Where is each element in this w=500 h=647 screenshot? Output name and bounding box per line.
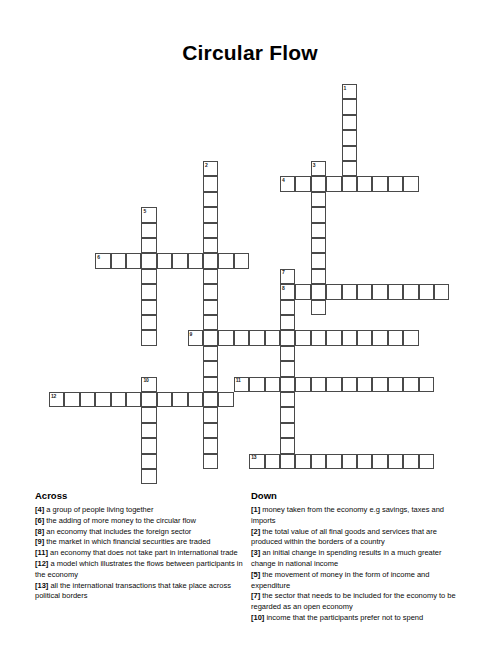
grid-cell[interactable] [265, 330, 280, 345]
grid-cell[interactable]: 6 [95, 253, 110, 268]
grid-cell[interactable] [295, 284, 310, 299]
grid-cell[interactable] [295, 377, 310, 392]
cell-number: 2 [205, 163, 208, 168]
grid-cell[interactable] [403, 284, 418, 299]
grid-cell[interactable] [203, 361, 218, 376]
grid-cell[interactable] [357, 377, 372, 392]
clue-item: [6] the adding of more money to the circ… [35, 516, 251, 527]
grid-cell[interactable] [342, 176, 357, 191]
clue-item: [13] all the international transactions … [35, 581, 251, 603]
clue-item: [4] a group of people living together [35, 505, 251, 516]
grid-cell[interactable] [311, 300, 326, 315]
grid-cell[interactable] [372, 330, 387, 345]
grid-cell[interactable] [342, 115, 357, 130]
grid-cell[interactable] [218, 330, 233, 345]
grid-cell[interactable] [311, 454, 326, 469]
cell-number: 9 [190, 332, 193, 337]
cell-number: 5 [143, 209, 146, 214]
clue-item: [7] the sector that needs to be included… [251, 591, 467, 613]
grid-cell[interactable] [141, 392, 156, 407]
clue-item: [8] an economy that includes the foreign… [35, 527, 251, 538]
grid-cell[interactable] [326, 377, 341, 392]
grid-cell[interactable] [342, 284, 357, 299]
cell-number: 1 [344, 86, 347, 91]
grid-cell[interactable] [342, 330, 357, 345]
grid-cell[interactable] [372, 176, 387, 191]
grid-cell[interactable] [141, 438, 156, 453]
grid-cell[interactable] [141, 238, 156, 253]
grid-cell[interactable] [203, 346, 218, 361]
grid-cell[interactable] [203, 392, 218, 407]
grid-cell[interactable] [280, 423, 295, 438]
down-heading: Down [251, 490, 467, 501]
grid-cell[interactable] [188, 392, 203, 407]
grid-cell[interactable] [357, 330, 372, 345]
cell-number: 8 [282, 286, 285, 291]
clue-item: [5] the movement of money in the form of… [251, 570, 467, 592]
grid-cell[interactable] [188, 253, 203, 268]
grid-cell[interactable] [203, 223, 218, 238]
grid-cell[interactable] [326, 284, 341, 299]
grid-cell[interactable] [342, 454, 357, 469]
grid-cell[interactable] [141, 284, 156, 299]
grid-cell[interactable] [249, 377, 264, 392]
grid-cell[interactable]: 7 [280, 269, 295, 284]
clue-item: [1] money taken from the economy e.g sav… [251, 505, 467, 527]
clue-item: [10] income that the participants prefer… [251, 613, 467, 624]
down-clues: Down [1] money taken from the economy e.… [251, 490, 467, 624]
grid-cell[interactable] [95, 392, 110, 407]
down-clue-list: [1] money taken from the economy e.g sav… [251, 505, 467, 624]
grid-cell[interactable] [280, 377, 295, 392]
grid-cell[interactable] [357, 284, 372, 299]
grid-cell[interactable] [388, 377, 403, 392]
cell-number: 10 [143, 378, 148, 383]
grid-cell[interactable] [218, 392, 233, 407]
across-heading: Across [35, 490, 251, 501]
grid-cell[interactable] [295, 330, 310, 345]
grid-cell[interactable] [203, 315, 218, 330]
grid-cell[interactable] [203, 423, 218, 438]
grid-cell[interactable]: 5 [141, 207, 156, 222]
grid-cell[interactable] [326, 176, 341, 191]
cell-number: 7 [282, 270, 285, 275]
grid-cell[interactable]: 3 [311, 161, 326, 176]
grid-cell[interactable] [434, 284, 449, 299]
grid-cell[interactable] [141, 423, 156, 438]
grid-cell[interactable] [311, 176, 326, 191]
grid-cell[interactable] [372, 284, 387, 299]
grid-cell[interactable] [280, 330, 295, 345]
grid-cell[interactable] [295, 176, 310, 191]
grid-cell[interactable] [265, 454, 280, 469]
grid-cell[interactable] [388, 454, 403, 469]
grid-cell[interactable] [141, 330, 156, 345]
cell-number: 12 [51, 394, 56, 399]
grid-cell[interactable] [265, 377, 280, 392]
grid-cell[interactable] [311, 192, 326, 207]
grid-cell[interactable] [203, 238, 218, 253]
grid-cell[interactable] [280, 438, 295, 453]
grid-cell[interactable] [64, 392, 79, 407]
grid-cell[interactable] [280, 407, 295, 422]
grid-cell[interactable]: 2 [203, 161, 218, 176]
grid-cell[interactable] [111, 253, 126, 268]
grid-cell[interactable] [311, 253, 326, 268]
grid-cell[interactable] [126, 392, 141, 407]
clue-item: [11] an economy that does not take part … [35, 548, 251, 559]
grid-cell[interactable] [203, 330, 218, 345]
grid-cell[interactable] [280, 454, 295, 469]
grid-cell[interactable] [157, 392, 172, 407]
grid-cell[interactable] [141, 407, 156, 422]
grid-cell[interactable] [372, 454, 387, 469]
cell-number: 11 [236, 378, 241, 383]
grid-cell[interactable] [141, 315, 156, 330]
grid-cell[interactable] [403, 454, 418, 469]
grid-cell[interactable] [326, 454, 341, 469]
grid-cell[interactable] [203, 284, 218, 299]
across-clue-list: [4] a group of people living together[6]… [35, 505, 251, 602]
grid-cell[interactable]: 11 [234, 377, 249, 392]
grid-cell[interactable]: 12 [49, 392, 64, 407]
grid-cell[interactable] [172, 253, 187, 268]
grid-cell[interactable] [342, 99, 357, 114]
grid-cell[interactable] [326, 330, 341, 345]
page-title: Circular Flow [0, 41, 500, 65]
grid-cell[interactable] [342, 130, 357, 145]
crossword-board: 12345678910111213 [49, 84, 451, 486]
grid-cell[interactable] [311, 330, 326, 345]
grid-cell[interactable]: 4 [280, 176, 295, 191]
grid-cell[interactable] [311, 223, 326, 238]
grid-cell[interactable] [388, 330, 403, 345]
grid-cell[interactable] [295, 454, 310, 469]
cell-number: 4 [282, 178, 285, 183]
grid-cell[interactable] [280, 315, 295, 330]
grid-cell[interactable] [203, 300, 218, 315]
grid-cell[interactable] [388, 284, 403, 299]
grid-cell[interactable] [141, 223, 156, 238]
clue-item: [3] an initial change in spending result… [251, 548, 467, 570]
grid-cell[interactable] [141, 300, 156, 315]
grid-cell[interactable] [311, 284, 326, 299]
grid-cell[interactable] [203, 407, 218, 422]
cell-number: 13 [251, 455, 256, 460]
grid-cell[interactable] [203, 176, 218, 191]
grid-cell[interactable] [342, 146, 357, 161]
grid-cell[interactable] [249, 330, 264, 345]
grid-cell[interactable] [234, 330, 249, 345]
clue-item: [12] a model which illustrates the flows… [35, 559, 251, 581]
grid-cell[interactable] [141, 454, 156, 469]
cell-number: 6 [97, 255, 100, 260]
clue-item: [2] the total value of all final goods a… [251, 527, 467, 549]
grid-cell[interactable] [311, 207, 326, 222]
grid-cell[interactable] [342, 377, 357, 392]
grid-cell[interactable] [203, 207, 218, 222]
grid-cell[interactable] [280, 346, 295, 361]
grid-cell[interactable] [342, 161, 357, 176]
grid-cell[interactable] [80, 392, 95, 407]
grid-cell[interactable]: 9 [188, 330, 203, 345]
grid-cell[interactable] [203, 192, 218, 207]
grid-cell[interactable] [419, 377, 434, 392]
grid-cell[interactable] [203, 438, 218, 453]
grid-cell[interactable] [203, 269, 218, 284]
grid-cell[interactable] [141, 469, 156, 484]
grid-cell[interactable] [403, 377, 418, 392]
grid-cell[interactable] [280, 392, 295, 407]
grid-cell[interactable] [419, 454, 434, 469]
grid-cell[interactable] [280, 300, 295, 315]
grid-cell[interactable] [403, 330, 418, 345]
across-clues: Across [4] a group of people living toge… [35, 490, 251, 602]
cell-number: 3 [313, 163, 316, 168]
grid-cell[interactable] [311, 269, 326, 284]
grid-cell[interactable] [357, 176, 372, 191]
clue-item: [9] the market in which financial securi… [35, 537, 251, 548]
grid-cell[interactable] [357, 454, 372, 469]
grid-cell[interactable] [172, 392, 187, 407]
grid-cell[interactable] [403, 176, 418, 191]
grid-cell[interactable] [280, 361, 295, 376]
grid-cell[interactable] [203, 454, 218, 469]
grid-cell[interactable] [372, 377, 387, 392]
grid-cell[interactable] [126, 253, 141, 268]
grid-cell[interactable] [311, 238, 326, 253]
grid-cell[interactable]: 13 [249, 454, 264, 469]
grid-cell[interactable] [311, 377, 326, 392]
grid-cell[interactable]: 8 [280, 284, 295, 299]
grid-cell[interactable]: 1 [342, 84, 357, 99]
grid-cell[interactable] [203, 253, 218, 268]
grid-cell[interactable] [157, 253, 172, 268]
grid-cell[interactable] [218, 253, 233, 268]
grid-cell[interactable]: 10 [141, 377, 156, 392]
grid-cell[interactable] [141, 269, 156, 284]
grid-cell[interactable] [388, 176, 403, 191]
grid-cell[interactable] [111, 392, 126, 407]
grid-cell[interactable] [203, 377, 218, 392]
grid-cell[interactable] [141, 253, 156, 268]
grid-cell[interactable] [234, 253, 249, 268]
grid-cell[interactable] [419, 284, 434, 299]
